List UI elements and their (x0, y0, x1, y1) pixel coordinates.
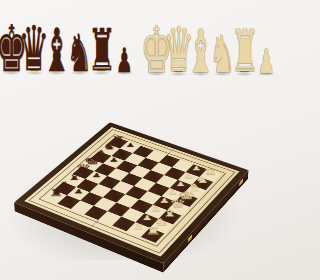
square-d6 (99, 176, 121, 189)
square-b7: ♟ (67, 187, 90, 200)
square-c6 (89, 184, 111, 197)
piece-black-rook-h8-icon: ♜ (89, 136, 145, 143)
square-g8: ♞ (99, 144, 120, 156)
square-g1: ♞ (192, 177, 214, 190)
square-c2: ♟ (144, 205, 167, 219)
piece-white-knight-g1-icon: ♞ (172, 176, 232, 183)
square-f6 (116, 161, 138, 173)
square-b3 (121, 208, 144, 222)
piece-white-knight-b1-icon: ♞ (130, 218, 193, 226)
square-e1: ♚ (175, 193, 197, 207)
piece-white-rook-a1-icon: ♜ (121, 227, 185, 235)
square-c4 (117, 194, 140, 208)
square-h7: ♟ (120, 141, 141, 153)
piece-white-pawn-a2-icon: ♟ (106, 224, 170, 230)
brass-clasp-icon (188, 234, 192, 243)
square-e6 (107, 168, 129, 181)
square-f5 (129, 165, 151, 178)
product-photo: { "game": "chess", "scene": "wooden fold… (0, 0, 280, 280)
piece-white-rook-h1-icon: ♜ (180, 168, 240, 175)
piece-black-rook-a8-icon: ♜ (25, 189, 86, 197)
board-fold-seam (90, 149, 174, 229)
square-d2: ♟ (153, 196, 175, 210)
piece-white-pawn-e2-icon: ♟ (142, 190, 203, 195)
square-b4 (107, 203, 130, 217)
square-g7: ♟ (111, 149, 132, 161)
piece-black-knight-b8-icon: ♞ (35, 181, 96, 188)
piece-white-bishop-f1-icon: ♝ (164, 184, 225, 192)
square-g5 (137, 158, 158, 170)
square-g4 (151, 162, 172, 175)
square-a4 (98, 211, 121, 225)
square-e2: ♟ (161, 188, 183, 201)
square-b1: ♞ (150, 219, 173, 234)
square-d4 (125, 186, 147, 199)
piece-black-pawn-d7-icon: ♟ (67, 173, 126, 178)
square-a8: ♜ (44, 190, 67, 204)
piece-black-pawn-g7-icon: ♟ (93, 150, 150, 155)
square-b6 (80, 192, 103, 206)
piece-white-king-e1-icon: ♚ (156, 191, 217, 200)
square-c7: ♟ (76, 179, 98, 192)
chess-set-scene: ♜♞♝♛♚♝♞♜♟♟♟♟♟♟♟♟♟♟♟♟♟♟♟♟♜♞♝♛♚♝♞♜ (0, 0, 280, 280)
square-a6 (71, 200, 94, 214)
piece-white-pawn-g2-icon: ♟ (159, 174, 219, 179)
piece-white-pawn-h2-icon: ♟ (167, 166, 226, 171)
folding-chess-board: ♜♞♝♛♚♝♞♜♟♟♟♟♟♟♟♟♟♟♟♟♟♟♟♟♜♞♝♛♚♝♞♜ (14, 122, 249, 263)
square-f1: ♝ (184, 185, 206, 198)
piece-black-pawn-b7-icon: ♟ (48, 189, 109, 194)
piece-black-pawn-h7-icon: ♟ (102, 143, 159, 148)
piece-black-pawn-a7-icon: ♟ (38, 197, 100, 202)
square-b2: ♟ (135, 213, 158, 227)
piece-white-pawn-d2-icon: ♟ (134, 198, 195, 203)
square-d5 (112, 181, 134, 194)
piece-white-pawn-f2-icon: ♟ (151, 181, 211, 186)
square-a2: ♟ (126, 222, 149, 237)
square-h2: ♟ (186, 164, 207, 177)
square-h4 (159, 155, 180, 167)
square-e3 (148, 183, 170, 196)
piece-black-queen-d8-icon: ♛ (54, 164, 113, 172)
piece-white-pawn-b2-icon: ♟ (116, 215, 179, 221)
square-c1: ♝ (159, 210, 182, 224)
piece-white-queen-d1-icon: ♛ (147, 199, 209, 208)
piece-white-pawn-c2-icon: ♟ (125, 206, 187, 211)
square-a3 (112, 217, 135, 232)
square-f3 (156, 175, 178, 188)
square-b5 (94, 197, 117, 211)
square-c8: ♝ (63, 174, 85, 187)
square-e7: ♟ (94, 163, 116, 176)
square-a1: ♜ (141, 228, 164, 243)
square-a5 (84, 206, 107, 220)
piece-black-pawn-f7-icon: ♟ (85, 157, 143, 162)
square-h8: ♜ (107, 137, 128, 149)
square-h6 (133, 146, 154, 158)
brass-clasp-icon (239, 178, 243, 186)
square-e8: ♚ (81, 159, 103, 171)
board-border-margin: ♜♞♝♛♚♝♞♜♟♟♟♟♟♟♟♟♟♟♟♟♟♟♟♟♜♞♝♛♚♝♞♜ (24, 127, 239, 256)
square-e4 (134, 178, 156, 191)
piece-black-pawn-c7-icon: ♟ (57, 180, 117, 185)
square-c3 (130, 199, 153, 213)
square-d7: ♟ (85, 171, 107, 184)
square-b8: ♞ (54, 182, 76, 195)
piece-white-bishop-c1-icon: ♝ (139, 209, 202, 218)
square-f8: ♝ (90, 151, 111, 163)
square-h1: ♜ (199, 169, 220, 182)
square-d3 (139, 191, 161, 205)
square-h5 (146, 150, 167, 162)
piece-black-knight-g8-icon: ♞ (81, 143, 138, 149)
piece-black-pawn-e7-icon: ♟ (76, 165, 135, 170)
square-f7: ♟ (103, 156, 124, 168)
square-g2: ♟ (178, 172, 200, 185)
square-h3 (172, 160, 193, 172)
square-g3 (164, 167, 186, 180)
square-c5 (103, 189, 125, 203)
square-g6 (124, 153, 145, 165)
square-a7: ♟ (57, 195, 80, 209)
square-e5 (121, 173, 143, 186)
piece-black-bishop-f8-icon: ♝ (72, 150, 130, 157)
piece-black-bishop-c8-icon: ♝ (45, 173, 105, 181)
square-f4 (142, 170, 164, 183)
square-f2: ♟ (170, 180, 192, 193)
square-d8: ♛ (72, 166, 94, 179)
piece-black-king-e8-icon: ♚ (63, 156, 121, 164)
square-d1: ♛ (167, 202, 190, 216)
